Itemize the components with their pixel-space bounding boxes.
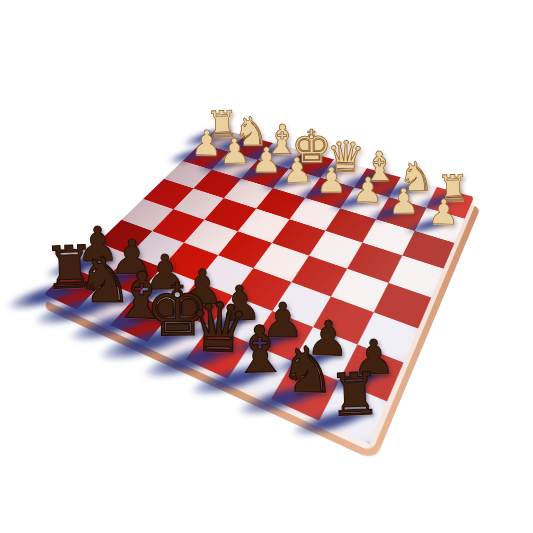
chess-set-photo: ♜♞♝♛♚♝♞♜♟♟♟♟♟♟♟♟♟♟♟♟♟♟♟♟♜♞♝♛♚♝♞♜ xyxy=(0,0,533,533)
piece-white-pawn[interactable]: ♟ xyxy=(428,195,460,230)
piece-white-pawn[interactable]: ♟ xyxy=(250,143,281,178)
piece-white-pawn[interactable]: ♟ xyxy=(218,134,250,169)
piece-white-pawn[interactable]: ♟ xyxy=(351,172,383,208)
pieces-layer: ♜♞♝♛♚♝♞♜♟♟♟♟♟♟♟♟♟♟♟♟♟♟♟♟♜♞♝♛♚♝♞♜ xyxy=(0,0,533,533)
piece-white-pawn[interactable]: ♟ xyxy=(190,125,222,160)
piece-black-rook[interactable]: ♜ xyxy=(327,364,382,424)
piece-white-pawn[interactable]: ♟ xyxy=(388,184,419,219)
piece-white-pawn[interactable]: ♟ xyxy=(316,163,347,197)
piece-white-pawn[interactable]: ♟ xyxy=(281,152,313,188)
